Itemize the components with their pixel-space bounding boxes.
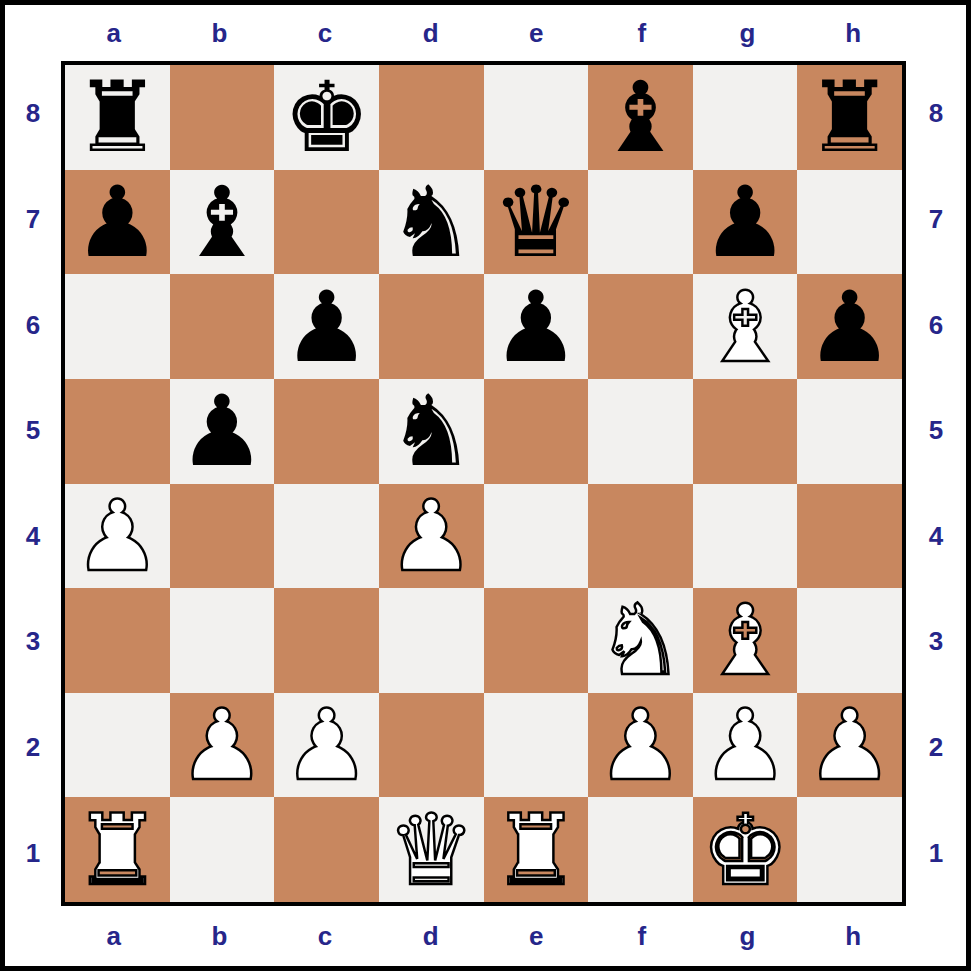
square-g4[interactable]	[693, 484, 798, 589]
square-e2[interactable]	[484, 693, 589, 798]
piece-black-pawn: ♟	[484, 274, 589, 379]
square-f4[interactable]	[588, 484, 693, 589]
square-g2[interactable]: ♟	[693, 693, 798, 798]
square-a3[interactable]	[65, 588, 170, 693]
square-b7[interactable]: ♝	[170, 170, 275, 275]
square-c2[interactable]: ♟	[274, 693, 379, 798]
square-c7[interactable]	[274, 170, 379, 275]
corner-top-right	[906, 5, 966, 61]
square-h4[interactable]	[797, 484, 902, 589]
square-a8[interactable]: ♜	[65, 65, 170, 170]
file-label-a-top: a	[61, 5, 167, 61]
piece-white-pawn: ♟	[797, 693, 902, 798]
piece-white-pawn: ♟	[170, 693, 275, 798]
file-label-h-top: h	[800, 5, 906, 61]
piece-black-knight: ♞	[379, 170, 484, 275]
piece-white-rook: ♜	[484, 797, 589, 902]
piece-black-pawn: ♟	[797, 274, 902, 379]
piece-black-pawn: ♟	[65, 170, 170, 275]
square-c4[interactable]	[274, 484, 379, 589]
rank-label-6-right: 6	[906, 272, 966, 378]
file-labels-bottom: abcdefgh	[61, 906, 906, 966]
square-c3[interactable]	[274, 588, 379, 693]
square-d8[interactable]	[379, 65, 484, 170]
piece-black-pawn: ♟	[170, 379, 275, 484]
square-h8[interactable]: ♜	[797, 65, 902, 170]
piece-white-king: ♚	[693, 797, 798, 902]
square-b4[interactable]	[170, 484, 275, 589]
rank-label-3-right: 3	[906, 589, 966, 695]
square-c8[interactable]: ♚	[274, 65, 379, 170]
file-label-d-top: d	[378, 5, 484, 61]
square-d5[interactable]: ♞	[379, 379, 484, 484]
square-e1[interactable]: ♜	[484, 797, 589, 902]
square-g3[interactable]: ♝	[693, 588, 798, 693]
piece-white-rook: ♜	[65, 797, 170, 902]
file-label-h-bottom: h	[800, 906, 906, 966]
square-f2[interactable]: ♟	[588, 693, 693, 798]
piece-black-rook: ♜	[797, 65, 902, 170]
piece-black-queen: ♛	[484, 170, 589, 275]
file-label-f-top: f	[589, 5, 695, 61]
piece-black-king: ♚	[274, 65, 379, 170]
piece-white-pawn: ♟	[379, 484, 484, 589]
square-a2[interactable]	[65, 693, 170, 798]
square-h1[interactable]	[797, 797, 902, 902]
corner-bottom-left	[5, 906, 61, 966]
square-f5[interactable]	[588, 379, 693, 484]
corner-bottom-right	[906, 906, 966, 966]
file-label-g-top: g	[695, 5, 801, 61]
square-g5[interactable]	[693, 379, 798, 484]
square-b6[interactable]	[170, 274, 275, 379]
square-b1[interactable]	[170, 797, 275, 902]
square-h2[interactable]: ♟	[797, 693, 902, 798]
square-b8[interactable]	[170, 65, 275, 170]
piece-white-bishop: ♝	[693, 588, 798, 693]
square-f8[interactable]: ♝	[588, 65, 693, 170]
rank-label-4-right: 4	[906, 484, 966, 590]
square-d7[interactable]: ♞	[379, 170, 484, 275]
rank-label-5-left: 5	[5, 378, 61, 484]
square-d6[interactable]	[379, 274, 484, 379]
piece-white-pawn: ♟	[274, 693, 379, 798]
square-g7[interactable]: ♟	[693, 170, 798, 275]
square-e4[interactable]	[484, 484, 589, 589]
piece-black-bishop: ♝	[170, 170, 275, 275]
file-label-c-bottom: c	[272, 906, 378, 966]
rank-label-1-right: 1	[906, 800, 966, 906]
piece-white-knight: ♞	[588, 588, 693, 693]
rank-labels-left: 87654321	[5, 61, 61, 906]
rank-label-8-left: 8	[5, 61, 61, 167]
square-d4[interactable]: ♟	[379, 484, 484, 589]
file-label-d-bottom: d	[378, 906, 484, 966]
square-f6[interactable]	[588, 274, 693, 379]
rank-label-1-left: 1	[5, 800, 61, 906]
square-h7[interactable]	[797, 170, 902, 275]
square-c5[interactable]	[274, 379, 379, 484]
square-b2[interactable]: ♟	[170, 693, 275, 798]
rank-label-7-right: 7	[906, 167, 966, 273]
square-d1[interactable]: ♛	[379, 797, 484, 902]
rank-labels-right: 87654321	[906, 61, 966, 906]
file-label-b-bottom: b	[167, 906, 273, 966]
square-h5[interactable]	[797, 379, 902, 484]
corner-top-left	[5, 5, 61, 61]
file-label-e-bottom: e	[484, 906, 590, 966]
square-f1[interactable]	[588, 797, 693, 902]
file-label-f-bottom: f	[589, 906, 695, 966]
square-a7[interactable]: ♟	[65, 170, 170, 275]
file-label-b-top: b	[167, 5, 273, 61]
piece-white-queen: ♛	[379, 797, 484, 902]
piece-white-pawn: ♟	[693, 693, 798, 798]
square-e6[interactable]: ♟	[484, 274, 589, 379]
square-a4[interactable]: ♟	[65, 484, 170, 589]
square-b3[interactable]	[170, 588, 275, 693]
square-e8[interactable]	[484, 65, 589, 170]
piece-white-pawn: ♟	[65, 484, 170, 589]
square-e7[interactable]: ♛	[484, 170, 589, 275]
piece-black-bishop: ♝	[588, 65, 693, 170]
piece-black-pawn: ♟	[693, 170, 798, 275]
square-c1[interactable]	[274, 797, 379, 902]
file-labels-top: abcdefgh	[61, 5, 906, 61]
piece-white-bishop: ♝	[693, 274, 798, 379]
square-a5[interactable]	[65, 379, 170, 484]
square-f3[interactable]: ♞	[588, 588, 693, 693]
square-a6[interactable]	[65, 274, 170, 379]
square-d3[interactable]	[379, 588, 484, 693]
square-e3[interactable]	[484, 588, 589, 693]
rank-label-8-right: 8	[906, 61, 966, 167]
rank-label-6-left: 6	[5, 272, 61, 378]
square-b5[interactable]: ♟	[170, 379, 275, 484]
file-label-e-top: e	[484, 5, 590, 61]
rank-label-7-left: 7	[5, 167, 61, 273]
rank-label-2-left: 2	[5, 695, 61, 801]
rank-label-3-left: 3	[5, 589, 61, 695]
square-g1[interactable]: ♚	[693, 797, 798, 902]
rank-label-2-right: 2	[906, 695, 966, 801]
square-g6[interactable]: ♝	[693, 274, 798, 379]
piece-black-knight: ♞	[379, 379, 484, 484]
square-f7[interactable]	[588, 170, 693, 275]
square-g8[interactable]	[693, 65, 798, 170]
square-d2[interactable]	[379, 693, 484, 798]
chess-diagram: abcdefgh 87654321 ♜♚♝♜♟♝♞♛♟♟♟♝♟♟♞♟♟♞♝♟♟♟…	[0, 0, 971, 971]
piece-black-pawn: ♟	[274, 274, 379, 379]
square-h3[interactable]	[797, 588, 902, 693]
chess-board: ♜♚♝♜♟♝♞♛♟♟♟♝♟♟♞♟♟♞♝♟♟♟♟♟♜♛♜♚	[61, 61, 906, 906]
square-c6[interactable]: ♟	[274, 274, 379, 379]
square-e5[interactable]	[484, 379, 589, 484]
file-label-c-top: c	[272, 5, 378, 61]
file-label-a-bottom: a	[61, 906, 167, 966]
file-label-g-bottom: g	[695, 906, 801, 966]
piece-black-rook: ♜	[65, 65, 170, 170]
square-a1[interactable]: ♜	[65, 797, 170, 902]
piece-white-pawn: ♟	[588, 693, 693, 798]
rank-label-5-right: 5	[906, 378, 966, 484]
square-h6[interactable]: ♟	[797, 274, 902, 379]
rank-label-4-left: 4	[5, 484, 61, 590]
